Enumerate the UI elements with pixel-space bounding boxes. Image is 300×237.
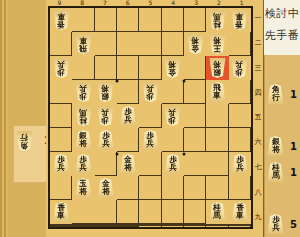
square-4-3[interactable] <box>139 104 161 128</box>
square-3-5[interactable] <box>206 176 228 200</box>
sente-8-6-piece[interactable]: 銀将 <box>75 130 92 150</box>
square-9-5[interactable] <box>206 152 228 176</box>
square-2-5[interactable] <box>229 176 251 200</box>
occupied-square-9-3[interactable]: 歩兵 <box>50 56 72 80</box>
square-6-9[interactable] <box>206 226 228 227</box>
rank-label-2: 二 <box>253 31 263 56</box>
gote-8-5-piece[interactable]: 桂馬 <box>75 106 92 126</box>
occupied-square-8-2[interactable]: 飛車 <box>72 32 94 56</box>
square-4-1[interactable] <box>184 8 206 32</box>
piece-kanji: 将 <box>80 140 88 149</box>
piece-kanji: 将 <box>102 188 110 197</box>
occupied-square-1-9[interactable]: 香車 <box>229 200 251 224</box>
piece-kanji: 歩 <box>57 68 65 77</box>
piece-kanji: 将 <box>124 164 132 173</box>
square-5-6[interactable] <box>184 200 206 224</box>
sente-hand-4-piece[interactable]: 銀将 <box>267 136 284 156</box>
piece-kanji: 歩 <box>147 92 155 101</box>
occupied-square-7-8[interactable]: 金将 <box>95 176 117 200</box>
square-8-9[interactable] <box>162 226 184 227</box>
piece-kanji: 金 <box>191 44 199 53</box>
square-2-1[interactable] <box>95 32 117 56</box>
square-1-8[interactable] <box>117 226 139 227</box>
gote-1-1-piece[interactable]: 香車 <box>231 10 248 30</box>
square-7-5[interactable] <box>117 176 139 200</box>
occupied-square-9-7[interactable]: 歩兵 <box>50 152 72 176</box>
gote-4-5-piece[interactable]: 歩兵 <box>164 106 181 126</box>
occupied-square-3-2[interactable]: 金将 <box>184 32 206 56</box>
square-8-1[interactable] <box>95 8 117 32</box>
gote-9-1-piece[interactable]: 香車 <box>53 10 70 30</box>
rank-label-9: 九 <box>253 204 263 229</box>
sente-8-8-piece[interactable]: 玉将 <box>75 178 92 198</box>
sente-hand-slot-4[interactable]: 銀将1 <box>264 133 300 159</box>
square-7-2[interactable] <box>229 32 251 56</box>
piece-kanji: 歩 <box>80 92 88 101</box>
occupied-square-1-3[interactable]: 歩兵 <box>229 56 251 80</box>
square-4-2[interactable] <box>117 56 139 80</box>
square-3-3[interactable] <box>184 104 206 128</box>
square-8-3[interactable] <box>162 80 184 104</box>
gote-1-3-piece[interactable]: 歩兵 <box>231 58 248 78</box>
occupied-square-4-5[interactable]: 歩兵 <box>162 104 184 128</box>
sente-hand-slot-3 <box>264 107 300 133</box>
piece-kanji: 車 <box>57 12 65 21</box>
square-5-9[interactable] <box>229 226 251 227</box>
square-1-4[interactable] <box>184 152 206 176</box>
piece-kanji: 桂 <box>80 116 88 125</box>
square-8-4[interactable] <box>117 128 139 152</box>
sente-7-6-piece[interactable]: 歩兵 <box>97 130 114 150</box>
sente-hand-2-piece[interactable]: 角行 <box>267 84 284 104</box>
square-7-6[interactable] <box>139 200 161 224</box>
square-1-5[interactable] <box>72 200 94 224</box>
piece-kanji: 兵 <box>236 60 244 69</box>
sente-1-7-piece[interactable]: 歩兵 <box>231 154 248 174</box>
occupied-square-6-7[interactable]: 金将 <box>117 152 139 176</box>
status-area: 検討中 先手番 <box>264 0 300 55</box>
piece-kanji: 銀 <box>214 68 222 77</box>
square-9-9[interactable] <box>139 226 161 227</box>
sente-hand-slot-5[interactable]: 桂馬1 <box>264 159 300 185</box>
sente-2-4-piece[interactable]: 飛車 <box>209 82 226 102</box>
sente-9-9-piece[interactable]: 香車 <box>53 202 70 222</box>
piece-kanji: 桂 <box>214 20 222 29</box>
piece-kanji: 兵 <box>57 60 65 69</box>
sente-hand-slot-2[interactable]: 角行1 <box>264 81 300 107</box>
piece-kanji: 兵 <box>272 224 280 233</box>
square-4-8[interactable] <box>50 226 72 227</box>
gote-4-3-piece[interactable]: 金将 <box>164 58 181 78</box>
rank-labels: 一二三四五六七八九 <box>253 6 263 229</box>
square-5-3[interactable] <box>50 104 72 128</box>
sente-6-7-piece[interactable]: 金将 <box>120 154 137 174</box>
square-2-3[interactable] <box>206 104 228 128</box>
occupied-square-8-4[interactable]: 歩兵 <box>72 80 94 104</box>
piece-kanji: 馬 <box>272 172 280 181</box>
square-6-3[interactable] <box>229 80 251 104</box>
gote-7-4-piece[interactable]: 銀将 <box>97 82 114 102</box>
occupied-square-6-5[interactable]: 歩兵 <box>117 104 139 128</box>
piece-kanji: 車 <box>236 212 244 221</box>
square-3-1[interactable] <box>50 32 72 56</box>
piece-kanji: 兵 <box>102 140 110 149</box>
square-8-5[interactable] <box>50 176 72 200</box>
square-1-2[interactable] <box>50 80 72 104</box>
square-5-2[interactable] <box>95 56 117 80</box>
rank-label-1: 一 <box>253 6 263 31</box>
rank-label-3: 三 <box>253 56 263 81</box>
sente-5-6-piece[interactable]: 歩兵 <box>142 130 159 150</box>
square-2-4[interactable] <box>139 152 161 176</box>
piece-kanji: 兵 <box>169 108 177 117</box>
analysis-status-label: 検討中 <box>264 7 300 20</box>
sente-hand-count: 1 <box>290 141 297 152</box>
piece-kanji: 兵 <box>147 140 155 149</box>
square-3-4[interactable] <box>95 152 117 176</box>
piece-kanji: 行 <box>21 132 29 141</box>
sente-1-9-piece[interactable]: 香車 <box>231 202 248 222</box>
piece-kanji: 兵 <box>57 164 65 173</box>
square-7-3[interactable] <box>184 80 206 104</box>
piece-kanji: 香 <box>57 20 65 29</box>
square-6-2[interactable] <box>72 56 94 80</box>
square-6-1[interactable] <box>139 8 161 32</box>
occupied-square-9-1[interactable]: 香車 <box>50 8 72 32</box>
sente-hand-stand: 角行1銀将1桂馬1歩兵5 <box>264 55 300 237</box>
piece-kanji: 将 <box>214 60 222 69</box>
square-1-1[interactable] <box>117 32 139 56</box>
occupied-square-7-4[interactable]: 銀将 <box>95 80 117 104</box>
piece-kanji: 将 <box>169 60 177 69</box>
piece-kanji: 兵 <box>80 84 88 93</box>
piece-kanji: 将 <box>272 146 280 155</box>
square-7-4[interactable] <box>162 128 184 152</box>
gote-2-2-piece[interactable]: 王将 <box>209 34 226 54</box>
occupied-square-7-5[interactable]: 歩兵 <box>95 104 117 128</box>
piece-kanji: 馬 <box>80 108 88 117</box>
rank-label-5: 五 <box>253 105 263 130</box>
piece-kanji: 兵 <box>102 108 110 117</box>
piece-kanji: 行 <box>272 94 280 103</box>
left-wood-texture <box>0 0 8 237</box>
sente-hand-slot-7[interactable]: 歩兵5 <box>264 211 300 237</box>
square-3-8[interactable] <box>72 226 94 227</box>
occupied-square-1-1[interactable]: 香車 <box>229 8 251 32</box>
sente-4-7-piece[interactable]: 歩兵 <box>164 154 181 174</box>
occupied-square-2-9[interactable]: 桂馬 <box>206 200 228 224</box>
sente-hand-slot-1 <box>264 55 300 81</box>
rank-label-7: 七 <box>253 155 263 180</box>
square-6-6[interactable] <box>162 200 184 224</box>
piece-kanji: 兵 <box>124 116 132 125</box>
sente-6-5-piece[interactable]: 歩兵 <box>120 106 137 126</box>
sente-hand-5-piece[interactable]: 桂馬 <box>267 162 284 182</box>
gote-hand-1-piece[interactable]: 角行 <box>16 131 33 151</box>
square-6-5[interactable] <box>139 176 161 200</box>
gote-9-3-piece[interactable]: 歩兵 <box>53 58 70 78</box>
square-4-4[interactable] <box>229 128 251 152</box>
piece-kanji: 金 <box>169 68 177 77</box>
gote-7-5-piece[interactable]: 歩兵 <box>97 106 114 126</box>
rank-label-8: 八 <box>253 179 263 204</box>
piece-kanji: 兵 <box>169 164 177 173</box>
sente-8-7-piece[interactable]: 歩兵 <box>75 154 92 174</box>
occupied-square-1-7[interactable]: 歩兵 <box>229 152 251 176</box>
square-5-5[interactable] <box>162 176 184 200</box>
piece-kanji: 将 <box>80 188 88 197</box>
shogi-analysis-window: 角行1 987654321 香車桂馬香車飛車金将王将歩兵金将銀将歩兵歩兵銀将歩兵… <box>0 0 300 237</box>
sente-hand-slot-6 <box>264 185 300 211</box>
sente-hand-7-piece[interactable]: 歩兵 <box>267 214 284 234</box>
square-3-2[interactable] <box>139 56 161 80</box>
piece-kanji: 歩 <box>236 68 244 77</box>
square-8-2[interactable] <box>162 32 184 56</box>
square-2-8[interactable] <box>95 226 117 227</box>
gote-8-4-piece[interactable]: 歩兵 <box>75 82 92 102</box>
piece-kanji: 車 <box>57 212 65 221</box>
rank-label-6: 六 <box>253 130 263 155</box>
piece-kanji: 将 <box>214 36 222 45</box>
square-9-3[interactable] <box>117 80 139 104</box>
occupied-square-8-8[interactable]: 玉将 <box>72 176 94 200</box>
square-8-6[interactable] <box>117 200 139 224</box>
piece-kanji: 飛 <box>80 44 88 53</box>
occupied-square-2-1[interactable]: 桂馬 <box>206 8 228 32</box>
piece-kanji: 香 <box>236 20 244 29</box>
square-6-4[interactable] <box>184 128 206 152</box>
gote-5-4-piece[interactable]: 歩兵 <box>142 82 159 102</box>
occupied-square-5-6[interactable]: 歩兵 <box>139 128 161 152</box>
sente-hand-count: 1 <box>290 167 297 178</box>
sente-hand-count: 1 <box>290 89 297 100</box>
piece-kanji: 銀 <box>102 92 110 101</box>
square-4-5[interactable] <box>184 176 206 200</box>
sente-9-7-piece[interactable]: 歩兵 <box>53 154 70 174</box>
square-9-4[interactable] <box>50 128 72 152</box>
occupied-square-8-7[interactable]: 歩兵 <box>72 152 94 176</box>
square-9-2[interactable] <box>139 32 161 56</box>
gote-2-3-piece[interactable]: 銀将 <box>209 58 226 78</box>
board-grid: 香車桂馬香車飛車金将王将歩兵金将銀将歩兵歩兵銀将歩兵飛車桂馬歩兵歩兵歩兵銀将歩兵… <box>48 6 253 229</box>
turn-indicator-label: 先手番 <box>264 29 300 42</box>
piece-kanji: 兵 <box>236 164 244 173</box>
occupied-square-9-9[interactable]: 香車 <box>50 200 72 224</box>
square-9-6[interactable] <box>95 200 117 224</box>
occupied-square-8-6[interactable]: 銀将 <box>72 128 94 152</box>
square-2-2[interactable] <box>184 56 206 80</box>
piece-kanji: 歩 <box>169 116 177 125</box>
piece-kanji: 車 <box>236 12 244 21</box>
piece-kanji: 兵 <box>147 84 155 93</box>
last-move-square-2-3[interactable]: 銀将 <box>206 56 228 80</box>
gote-3-2-piece[interactable]: 金将 <box>187 34 204 54</box>
piece-kanji: 王 <box>214 44 222 53</box>
gote-2-1-piece[interactable]: 桂馬 <box>209 10 226 30</box>
piece-kanji: 車 <box>80 36 88 45</box>
sente-2-9-piece[interactable]: 桂馬 <box>209 202 226 222</box>
piece-kanji: 歩 <box>102 116 110 125</box>
square-7-1[interactable] <box>117 8 139 32</box>
gote-8-2-piece[interactable]: 飛車 <box>75 34 92 54</box>
occupied-square-2-2[interactable]: 王将 <box>206 32 228 56</box>
occupied-square-2-4[interactable]: 飛車 <box>206 80 228 104</box>
square-7-9[interactable] <box>184 226 206 227</box>
piece-kanji: 馬 <box>214 12 222 21</box>
piece-kanji: 車 <box>214 92 222 101</box>
square-5-1[interactable] <box>162 8 184 32</box>
gote-side-area: 角行1 <box>8 0 46 237</box>
square-9-1[interactable] <box>72 8 94 32</box>
square-1-3[interactable] <box>229 104 251 128</box>
occupied-square-4-7[interactable]: 歩兵 <box>162 152 184 176</box>
sente-hand-count: 5 <box>290 219 297 230</box>
piece-kanji: 将 <box>191 36 199 45</box>
occupied-square-8-5[interactable]: 桂馬 <box>72 104 94 128</box>
occupied-square-5-4[interactable]: 歩兵 <box>139 80 161 104</box>
piece-kanji: 兵 <box>80 164 88 173</box>
piece-kanji: 馬 <box>214 212 222 221</box>
sente-7-8-piece[interactable]: 金将 <box>97 178 114 198</box>
rank-label-4: 四 <box>253 80 263 105</box>
piece-kanji: 将 <box>102 84 110 93</box>
occupied-square-4-3[interactable]: 金将 <box>162 56 184 80</box>
occupied-square-7-6[interactable]: 歩兵 <box>95 128 117 152</box>
right-panel: 検討中 先手番 角行1銀将1桂馬1歩兵5 <box>263 0 300 237</box>
square-5-4[interactable] <box>206 128 228 152</box>
